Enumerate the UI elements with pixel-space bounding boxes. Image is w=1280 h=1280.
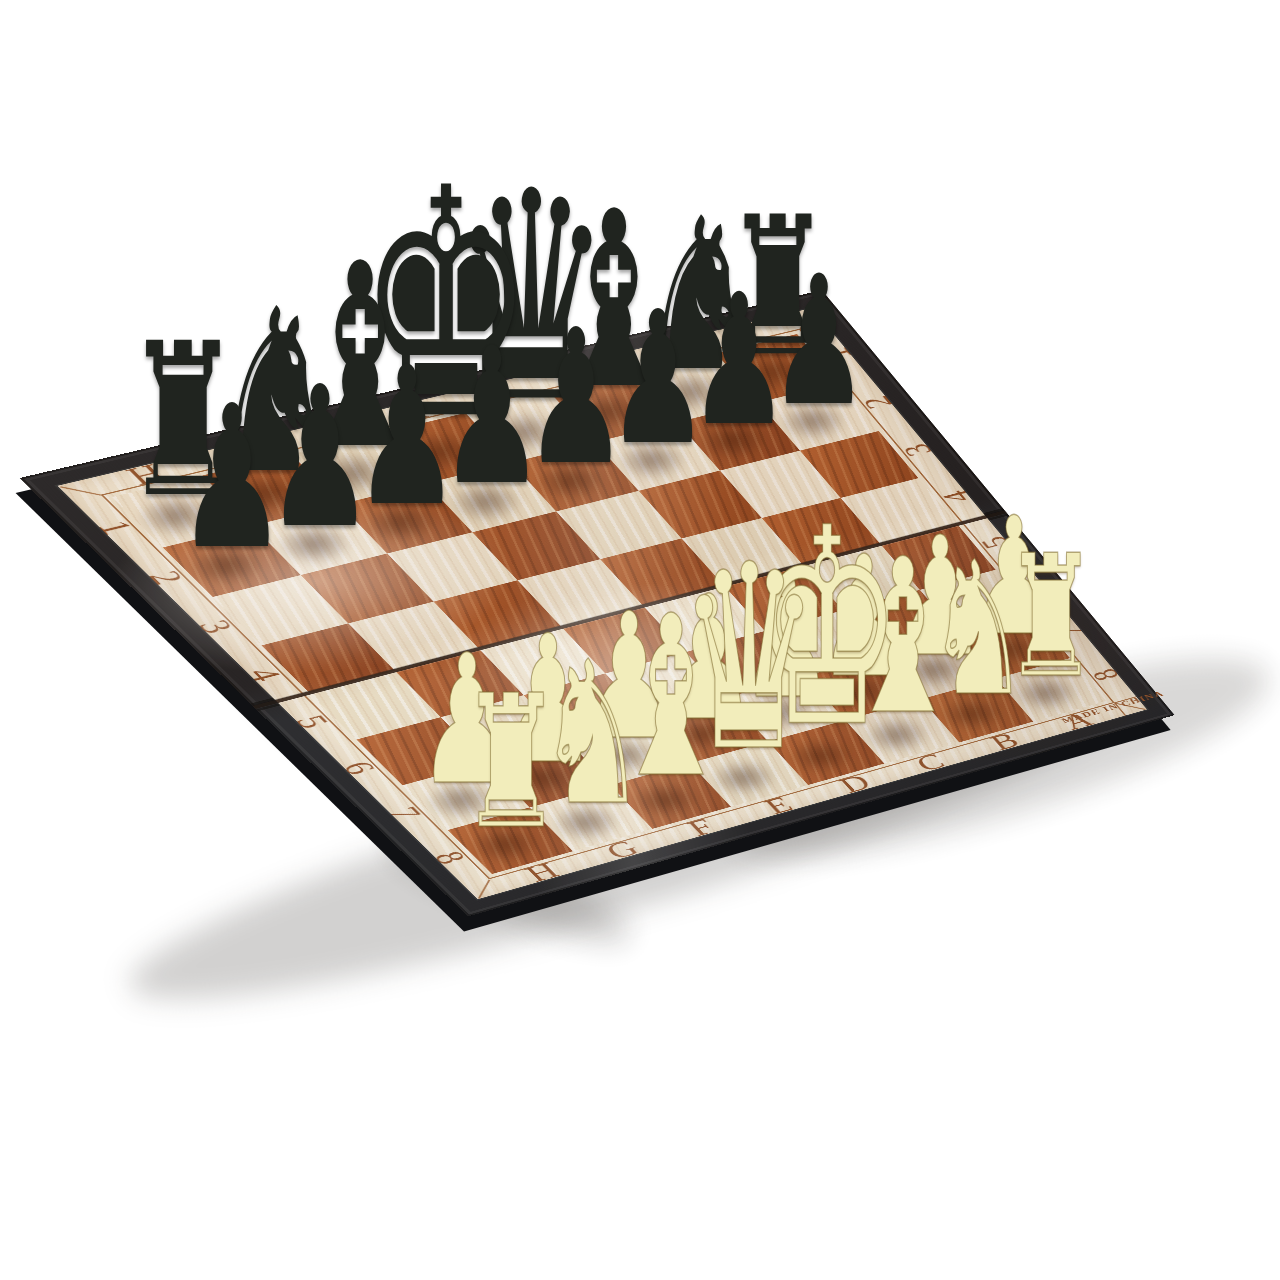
pieces-layer: ♜♞♝♟♛♟♚♟♝♟♞♟♜♟♟♟♟♟♟♜♟♞♟♝♟♚♟♛♝♟♞♜ <box>0 0 1280 1280</box>
piece-black-pawn-h2[interactable]: ♟ <box>178 380 288 577</box>
chess-set-photo: AA11BB22CC33DD44EE55FF66GG77HH88 MADE IN… <box>0 0 1280 1280</box>
piece-white-rook-h8[interactable]: ♜ <box>460 670 562 854</box>
